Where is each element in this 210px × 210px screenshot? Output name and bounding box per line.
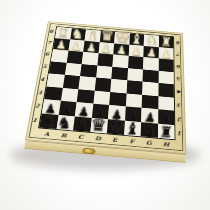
square-e4[interactable] xyxy=(110,79,127,93)
square-b4[interactable] xyxy=(62,75,80,89)
square-g3[interactable] xyxy=(142,94,158,109)
black-bishop[interactable]: ♝ xyxy=(74,115,90,133)
square-h3[interactable] xyxy=(158,96,174,111)
square-e3[interactable] xyxy=(109,92,126,107)
white-pawn[interactable]: ♟ xyxy=(146,47,157,59)
rank-label-1-right: 1 xyxy=(176,125,184,140)
file-label-f: F xyxy=(123,137,140,148)
square-f3[interactable] xyxy=(125,93,142,108)
rank-label-7-right: 7 xyxy=(175,48,182,60)
rank-label-8-right: 8 xyxy=(175,37,182,49)
fold-arrow-icon: ▶ xyxy=(176,84,183,98)
black-rook[interactable]: ♜ xyxy=(41,114,55,130)
square-h7[interactable]: ♟ xyxy=(158,47,173,60)
file-label-a: A xyxy=(37,130,56,141)
file-label-h: H xyxy=(157,140,174,151)
rank-labels-right: 8765▶321 xyxy=(175,37,184,141)
square-b3[interactable] xyxy=(60,88,78,103)
square-c1[interactable]: ♝ xyxy=(73,116,91,132)
square-e1[interactable]: ♚ xyxy=(107,119,125,135)
file-label-d: D xyxy=(89,134,107,145)
rank-label-2-left: 2 xyxy=(32,99,42,114)
rank-label-3-right: 3 xyxy=(176,98,184,112)
black-knight[interactable]: ♞ xyxy=(58,114,73,131)
black-rook[interactable]: ♜ xyxy=(159,124,173,140)
white-pawn[interactable]: ♟ xyxy=(131,46,142,58)
brass-clasp xyxy=(82,147,95,153)
square-h1[interactable]: ♜ xyxy=(158,123,175,139)
square-c4[interactable] xyxy=(78,76,95,90)
square-f1[interactable]: ♝ xyxy=(124,120,141,136)
chess-set-photo: 87654321 8765▶321 ABCDEFGH ♜♞♝♛♚♝♞♜♟♟♟♟♟… xyxy=(0,0,210,210)
black-knight[interactable]: ♞ xyxy=(142,122,157,139)
white-pawn[interactable]: ♟ xyxy=(86,42,97,54)
file-label-g: G xyxy=(140,139,157,150)
white-king[interactable]: ♚ xyxy=(114,27,131,45)
square-h8[interactable]: ♜ xyxy=(159,36,174,48)
square-d3[interactable] xyxy=(93,90,110,105)
file-label-c: C xyxy=(72,133,90,144)
square-d1[interactable]: ♛ xyxy=(90,117,108,133)
square-g1[interactable]: ♞ xyxy=(141,122,158,138)
white-pawn[interactable]: ♟ xyxy=(71,40,82,52)
file-label-b: B xyxy=(54,131,72,142)
square-c7[interactable]: ♟ xyxy=(83,40,99,53)
white-pawn[interactable]: ♟ xyxy=(161,48,172,60)
square-e7[interactable]: ♟ xyxy=(113,43,129,56)
board-frame: 87654321 8765▶321 ABCDEFGH ♜♞♝♛♚♝♞♜♟♟♟♟♟… xyxy=(25,21,186,154)
square-g8[interactable]: ♞ xyxy=(144,35,159,47)
playing-area: ♜♞♝♛♚♝♞♜♟♟♟♟♟♟♟♟♟♟♟♟♟♟♟♟♜♞♝♛♚♝♞♜ xyxy=(38,26,175,140)
white-pawn[interactable]: ♟ xyxy=(116,44,127,56)
scene: 87654321 8765▶321 ABCDEFGH ♜♞♝♛♚♝♞♜♟♟♟♟♟… xyxy=(0,0,210,210)
rank-label-6-right: 6 xyxy=(175,60,182,73)
square-g7[interactable]: ♟ xyxy=(143,46,158,59)
white-pawn[interactable]: ♟ xyxy=(101,43,112,55)
white-pawn[interactable]: ♟ xyxy=(55,39,66,51)
square-f4[interactable] xyxy=(126,80,142,94)
black-king[interactable]: ♚ xyxy=(107,115,126,136)
rank-label-2-right: 2 xyxy=(176,111,184,126)
black-bishop[interactable]: ♝ xyxy=(125,119,141,137)
file-label-e: E xyxy=(106,136,124,147)
square-b1[interactable]: ♞ xyxy=(56,115,75,131)
chess-board: 87654321 8765▶321 ABCDEFGH ♜♞♝♛♚♝♞♜♟♟♟♟♟… xyxy=(23,21,186,163)
square-c3[interactable] xyxy=(77,89,95,104)
black-queen[interactable]: ♛ xyxy=(91,115,108,134)
rank-label-5-right: 5 xyxy=(175,72,182,85)
square-f7[interactable]: ♟ xyxy=(128,44,143,57)
square-d4[interactable] xyxy=(94,77,111,91)
